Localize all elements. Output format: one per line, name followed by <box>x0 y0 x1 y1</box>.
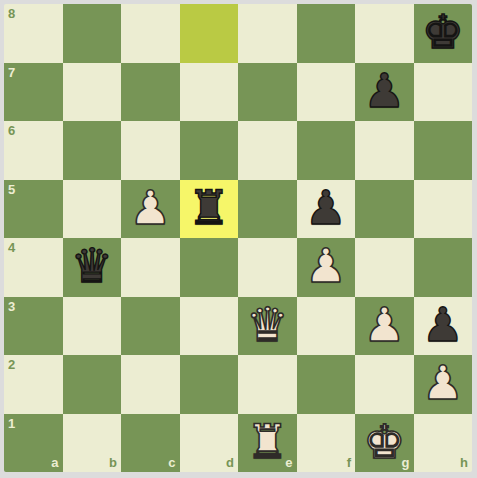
square-a5[interactable]: 5 <box>4 180 63 239</box>
square-f4[interactable]: ♟ <box>297 238 356 297</box>
square-c5[interactable]: ♟ <box>121 180 180 239</box>
chess-board: 8♚7♟65♟♜♟4♛♟3♛♟♟2♟1abcde♜fg♚h <box>4 4 472 472</box>
square-c6[interactable] <box>121 121 180 180</box>
square-e3[interactable]: ♛ <box>238 297 297 356</box>
square-h6[interactable] <box>414 121 473 180</box>
square-d7[interactable] <box>180 63 239 122</box>
square-a3[interactable]: 3 <box>4 297 63 356</box>
square-h2[interactable]: ♟ <box>414 355 473 414</box>
square-f2[interactable] <box>297 355 356 414</box>
rank-label-5: 5 <box>8 183 15 196</box>
black-pawn-g7[interactable]: ♟ <box>355 63 414 122</box>
white-pawn-f4[interactable]: ♟ <box>297 238 356 297</box>
file-label-a: a <box>51 456 58 469</box>
square-g6[interactable] <box>355 121 414 180</box>
square-g2[interactable] <box>355 355 414 414</box>
square-h3[interactable]: ♟ <box>414 297 473 356</box>
square-g3[interactable]: ♟ <box>355 297 414 356</box>
white-king-g1[interactable]: ♚ <box>355 414 414 473</box>
file-label-d: d <box>226 456 234 469</box>
rank-label-8: 8 <box>8 7 15 20</box>
square-f8[interactable] <box>297 4 356 63</box>
white-rook-e1[interactable]: ♜ <box>238 414 297 473</box>
square-h1[interactable]: h <box>414 414 473 473</box>
square-d4[interactable] <box>180 238 239 297</box>
file-label-c: c <box>168 456 175 469</box>
rank-label-7: 7 <box>8 66 15 79</box>
square-d3[interactable] <box>180 297 239 356</box>
rank-label-1: 1 <box>8 417 15 430</box>
square-e7[interactable] <box>238 63 297 122</box>
square-h4[interactable] <box>414 238 473 297</box>
square-b8[interactable] <box>63 4 122 63</box>
square-b1[interactable]: b <box>63 414 122 473</box>
square-a1[interactable]: 1a <box>4 414 63 473</box>
square-a8[interactable]: 8 <box>4 4 63 63</box>
square-f6[interactable] <box>297 121 356 180</box>
square-e4[interactable] <box>238 238 297 297</box>
square-d5[interactable]: ♜ <box>180 180 239 239</box>
square-d2[interactable] <box>180 355 239 414</box>
square-e5[interactable] <box>238 180 297 239</box>
black-pawn-h3[interactable]: ♟ <box>414 297 473 356</box>
square-b5[interactable] <box>63 180 122 239</box>
square-c7[interactable] <box>121 63 180 122</box>
square-f5[interactable]: ♟ <box>297 180 356 239</box>
square-h8[interactable]: ♚ <box>414 4 473 63</box>
rank-label-3: 3 <box>8 300 15 313</box>
square-b6[interactable] <box>63 121 122 180</box>
square-c1[interactable]: c <box>121 414 180 473</box>
square-h7[interactable] <box>414 63 473 122</box>
square-f3[interactable] <box>297 297 356 356</box>
square-h5[interactable] <box>414 180 473 239</box>
square-c4[interactable] <box>121 238 180 297</box>
square-c8[interactable] <box>121 4 180 63</box>
square-c3[interactable] <box>121 297 180 356</box>
square-e6[interactable] <box>238 121 297 180</box>
black-pawn-f5[interactable]: ♟ <box>297 180 356 239</box>
square-d1[interactable]: d <box>180 414 239 473</box>
square-c2[interactable] <box>121 355 180 414</box>
black-queen-b4[interactable]: ♛ <box>63 238 122 297</box>
square-f7[interactable] <box>297 63 356 122</box>
white-pawn-c5[interactable]: ♟ <box>121 180 180 239</box>
black-king-h8[interactable]: ♚ <box>414 4 473 63</box>
black-rook-d5[interactable]: ♜ <box>180 180 239 239</box>
square-b3[interactable] <box>63 297 122 356</box>
file-label-f: f <box>347 456 351 469</box>
square-b4[interactable]: ♛ <box>63 238 122 297</box>
rank-label-4: 4 <box>8 241 15 254</box>
white-pawn-h2[interactable]: ♟ <box>414 355 473 414</box>
square-b7[interactable] <box>63 63 122 122</box>
square-d6[interactable] <box>180 121 239 180</box>
board-frame: 8♚7♟65♟♜♟4♛♟3♛♟♟2♟1abcde♜fg♚h <box>0 0 477 478</box>
square-a4[interactable]: 4 <box>4 238 63 297</box>
square-e2[interactable] <box>238 355 297 414</box>
square-a6[interactable]: 6 <box>4 121 63 180</box>
square-d8[interactable] <box>180 4 239 63</box>
square-e1[interactable]: e♜ <box>238 414 297 473</box>
square-f1[interactable]: f <box>297 414 356 473</box>
file-label-h: h <box>460 456 468 469</box>
white-queen-e3[interactable]: ♛ <box>238 297 297 356</box>
square-g1[interactable]: g♚ <box>355 414 414 473</box>
file-label-b: b <box>109 456 117 469</box>
square-g8[interactable] <box>355 4 414 63</box>
square-b2[interactable] <box>63 355 122 414</box>
square-a2[interactable]: 2 <box>4 355 63 414</box>
rank-label-6: 6 <box>8 124 15 137</box>
rank-label-2: 2 <box>8 358 15 371</box>
white-pawn-g3[interactable]: ♟ <box>355 297 414 356</box>
square-g4[interactable] <box>355 238 414 297</box>
square-g5[interactable] <box>355 180 414 239</box>
square-g7[interactable]: ♟ <box>355 63 414 122</box>
square-a7[interactable]: 7 <box>4 63 63 122</box>
square-e8[interactable] <box>238 4 297 63</box>
